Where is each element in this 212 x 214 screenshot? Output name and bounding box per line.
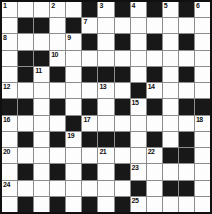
cell-r4c6[interactable] [82, 51, 97, 66]
cell-r8c13[interactable]: 18 [195, 116, 210, 131]
cell-r6c4[interactable] [50, 83, 65, 98]
cell-r5c5[interactable] [66, 67, 81, 82]
clue-number-23: 23 [132, 164, 139, 172]
cell-r10c13[interactable] [195, 148, 210, 163]
black-cell-r7c2 [18, 99, 33, 114]
cell-r12c7[interactable] [98, 181, 113, 196]
cell-r11c11[interactable] [163, 164, 178, 179]
cell-r12c13[interactable] [195, 181, 210, 196]
cell-r10c9[interactable] [131, 148, 146, 163]
cell-r5c3[interactable]: 11 [34, 67, 49, 82]
black-cell-r10c11 [163, 148, 178, 163]
cell-r3c13[interactable] [195, 34, 210, 49]
black-cell-r5c8 [115, 67, 130, 82]
black-cell-r12c12 [179, 181, 194, 196]
cell-r13c11[interactable] [163, 197, 178, 212]
cell-r2c10[interactable] [147, 18, 162, 33]
cell-r12c5[interactable] [66, 181, 81, 196]
clue-number-14: 14 [148, 83, 155, 91]
cell-r8c6[interactable]: 17 [82, 116, 97, 131]
black-cell-r13c6 [82, 197, 97, 212]
black-cell-r9c4 [50, 132, 65, 147]
black-cell-r10c12 [179, 148, 194, 163]
crossword-grid: 1234567891011121314151617181920212223242… [0, 0, 212, 214]
cell-r8c8[interactable] [115, 116, 130, 131]
black-cell-r1c12 [179, 2, 194, 17]
cell-r7c11[interactable] [163, 99, 178, 114]
cell-r7c5[interactable] [66, 99, 81, 114]
clue-number-5: 5 [164, 2, 167, 10]
cell-r1c4[interactable]: 2 [50, 2, 65, 17]
cell-r8c2[interactable] [18, 116, 33, 131]
cell-r9c11[interactable] [163, 132, 178, 147]
cell-r3c5[interactable]: 9 [66, 34, 81, 49]
black-cell-r9c8 [115, 132, 130, 147]
cell-r6c5[interactable] [66, 83, 81, 98]
clue-number-7: 7 [83, 18, 86, 26]
cell-r12c2[interactable] [18, 181, 33, 196]
cell-r13c1[interactable] [2, 197, 17, 212]
clue-number-18: 18 [196, 116, 203, 124]
clue-number-25: 25 [132, 197, 139, 205]
clue-number-15: 15 [132, 99, 139, 107]
cell-r8c10[interactable] [147, 116, 162, 131]
cell-r6c11[interactable] [163, 83, 178, 98]
black-cell-r4c3 [34, 51, 49, 66]
cell-r6c10[interactable]: 14 [147, 83, 162, 98]
cell-r8c4[interactable] [50, 116, 65, 131]
cell-r3c9[interactable] [131, 34, 146, 49]
black-cell-r3c12 [179, 34, 194, 49]
clue-number-20: 20 [3, 148, 10, 156]
cell-r10c5[interactable] [66, 148, 81, 163]
clue-number-2: 2 [51, 2, 54, 10]
cell-r11c5[interactable] [66, 164, 81, 179]
cell-r4c8[interactable] [115, 51, 130, 66]
cell-r8c9[interactable] [131, 116, 146, 131]
clue-number-9: 9 [67, 34, 70, 42]
clue-number-17: 17 [83, 116, 90, 124]
black-cell-r11c8 [115, 164, 130, 179]
cell-r3c11[interactable] [163, 34, 178, 49]
black-cell-r9c6 [82, 132, 97, 147]
cell-r4c12[interactable] [179, 51, 194, 66]
black-cell-r11c2 [18, 164, 33, 179]
cell-r3c3[interactable] [34, 34, 49, 49]
black-cell-r9c12 [179, 132, 194, 147]
cell-r2c13[interactable] [195, 18, 210, 33]
cell-r13c9[interactable]: 25 [131, 197, 146, 212]
cell-r4c9[interactable] [131, 51, 146, 66]
cell-r12c8[interactable] [115, 181, 130, 196]
black-cell-r9c2 [18, 132, 33, 147]
cell-r13c3[interactable] [34, 197, 49, 212]
cell-r13c7[interactable] [98, 197, 113, 212]
cell-r4c10[interactable] [147, 51, 162, 66]
cell-r1c1[interactable]: 1 [2, 2, 17, 17]
black-cell-r13c8 [115, 197, 130, 212]
cell-r5c11[interactable] [163, 67, 178, 82]
cell-r1c3[interactable] [34, 2, 49, 17]
black-cell-r13c2 [18, 197, 33, 212]
black-cell-r7c13 [195, 99, 210, 114]
cell-r6c3[interactable] [34, 83, 49, 98]
cell-r4c11[interactable] [163, 51, 178, 66]
cell-r10c8[interactable] [115, 148, 130, 163]
cell-r7c3[interactable] [34, 99, 49, 114]
cell-r10c3[interactable] [34, 148, 49, 163]
black-cell-r7c10 [147, 99, 162, 114]
cell-r3c4[interactable] [50, 34, 65, 49]
cell-r6c1[interactable]: 12 [2, 83, 17, 98]
black-cell-r3c10 [147, 34, 162, 49]
cell-r2c8[interactable] [115, 18, 130, 33]
cell-r6c7[interactable]: 13 [98, 83, 113, 98]
cell-r4c1[interactable] [2, 51, 17, 66]
cell-r11c3[interactable] [34, 164, 49, 179]
black-cell-r7c1 [2, 99, 17, 114]
black-cell-r5c10 [147, 67, 162, 82]
black-cell-r1c8 [115, 2, 130, 17]
cell-r9c9[interactable] [131, 132, 146, 147]
cell-r2c12[interactable] [179, 18, 194, 33]
cell-r7c9[interactable]: 15 [131, 99, 146, 114]
black-cell-r7c12 [179, 99, 194, 114]
black-cell-r2c3 [34, 18, 49, 33]
black-cell-r3c8 [115, 34, 130, 49]
black-cell-r8c5 [66, 116, 81, 131]
cell-r11c7[interactable] [98, 164, 113, 179]
cell-r12c1[interactable]: 24 [2, 181, 17, 196]
cell-r4c5[interactable] [66, 51, 81, 66]
cell-r2c4[interactable] [50, 18, 65, 33]
cell-r13c5[interactable] [66, 197, 81, 212]
cell-r13c13[interactable] [195, 197, 210, 212]
cell-r4c13[interactable] [195, 51, 210, 66]
cell-r1c13[interactable]: 6 [195, 2, 210, 17]
black-cell-r7c8 [115, 99, 130, 114]
black-cell-r5c4 [50, 67, 65, 82]
cell-r4c4[interactable]: 10 [50, 51, 65, 66]
cell-r6c12[interactable] [179, 83, 194, 98]
cell-r5c1[interactable] [2, 67, 17, 82]
cell-r13c12[interactable] [179, 197, 194, 212]
cell-r6c2[interactable] [18, 83, 33, 98]
cell-r9c13[interactable] [195, 132, 210, 147]
cell-r5c13[interactable] [195, 67, 210, 82]
black-cell-r9c7 [98, 132, 113, 147]
cell-r12c6[interactable] [82, 181, 97, 196]
cell-r10c6[interactable] [82, 148, 97, 163]
clue-number-19: 19 [67, 132, 74, 140]
clue-number-1: 1 [3, 2, 6, 10]
black-cell-r2c5 [66, 18, 81, 33]
clue-number-4: 4 [132, 2, 135, 10]
cell-r11c10[interactable] [147, 164, 162, 179]
cell-r1c5[interactable] [66, 2, 81, 17]
black-cell-r7c6 [82, 99, 97, 114]
clue-number-3: 3 [99, 2, 102, 10]
clue-number-24: 24 [3, 181, 10, 189]
cell-r8c7[interactable] [98, 116, 113, 131]
black-cell-r6c9 [131, 83, 146, 98]
black-cell-r5c7 [98, 67, 113, 82]
cell-r6c6[interactable] [82, 83, 97, 98]
cell-r12c10[interactable] [147, 181, 162, 196]
cell-r1c2[interactable] [18, 2, 33, 17]
clue-number-8: 8 [3, 34, 6, 42]
cell-r2c11[interactable] [163, 18, 178, 33]
cell-r11c1[interactable] [2, 164, 17, 179]
cell-r10c1[interactable]: 20 [2, 148, 17, 163]
black-cell-r11c6 [82, 164, 97, 179]
black-cell-r5c2 [18, 67, 33, 82]
cell-r2c7[interactable] [98, 18, 113, 33]
cell-r2c1[interactable] [2, 18, 17, 33]
cell-r5c9[interactable] [131, 67, 146, 82]
black-cell-r2c2 [18, 18, 33, 33]
cell-r11c12[interactable] [179, 164, 194, 179]
clue-number-16: 16 [3, 116, 10, 124]
cell-r3c2[interactable] [18, 34, 33, 49]
cell-r8c3[interactable] [34, 116, 49, 131]
cell-r10c2[interactable] [18, 148, 33, 163]
cell-r9c5[interactable]: 19 [66, 132, 81, 147]
cell-r6c8[interactable] [115, 83, 130, 98]
cell-r2c6[interactable]: 7 [82, 18, 97, 33]
black-cell-r1c10 [147, 2, 162, 17]
cell-r3c1[interactable]: 8 [2, 34, 17, 49]
clue-number-22: 22 [148, 148, 155, 156]
clue-number-10: 10 [51, 51, 58, 59]
black-cell-r12c11 [163, 181, 178, 196]
cell-r9c3[interactable] [34, 132, 49, 147]
clue-number-13: 13 [99, 83, 106, 91]
cell-r1c7[interactable]: 3 [98, 2, 113, 17]
black-cell-r9c10 [147, 132, 162, 147]
cell-r6c13[interactable] [195, 83, 210, 98]
cell-r10c7[interactable]: 21 [98, 148, 113, 163]
black-cell-r3c6 [82, 34, 97, 49]
cell-r10c4[interactable] [50, 148, 65, 163]
black-cell-r13c4 [50, 197, 65, 212]
clue-number-12: 12 [3, 83, 10, 91]
clue-number-6: 6 [196, 2, 199, 10]
cell-r8c1[interactable]: 16 [2, 116, 17, 131]
cell-r10c10[interactable]: 22 [147, 148, 162, 163]
clue-number-21: 21 [99, 148, 106, 156]
cell-r12c4[interactable] [50, 181, 65, 196]
cell-r12c3[interactable] [34, 181, 49, 196]
cell-r4c7[interactable] [98, 51, 113, 66]
cell-r13c10[interactable] [147, 197, 162, 212]
black-cell-r4c2 [18, 51, 33, 66]
clue-number-11: 11 [35, 67, 41, 75]
cell-r8c12[interactable] [179, 116, 194, 131]
black-cell-r1c6 [82, 2, 97, 17]
black-cell-r5c12 [179, 67, 194, 82]
black-cell-r7c4 [50, 99, 65, 114]
black-cell-r5c6 [82, 67, 97, 82]
cell-r7c7[interactable] [98, 99, 113, 114]
black-cell-r12c9 [131, 181, 146, 196]
cell-r2c9[interactable] [131, 18, 146, 33]
cell-r11c9[interactable]: 23 [131, 164, 146, 179]
cell-r9c1[interactable] [2, 132, 17, 147]
cell-r1c11[interactable]: 5 [163, 2, 178, 17]
cell-r8c11[interactable] [163, 116, 178, 131]
cell-r11c13[interactable] [195, 164, 210, 179]
black-cell-r11c4 [50, 164, 65, 179]
cell-r3c7[interactable] [98, 34, 113, 49]
cell-r1c9[interactable]: 4 [131, 2, 146, 17]
